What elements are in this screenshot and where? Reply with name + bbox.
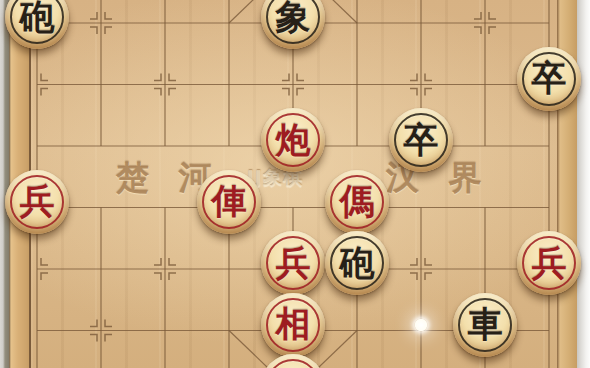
piece-glyph-卒: 卒 [404,123,439,158]
piece-glyph-兵: 兵 [532,246,567,281]
piece-glyph-兵: 兵 [276,246,311,281]
red-chariot-d5[interactable]: 俥 [197,170,261,234]
piece-glyph-車: 車 [468,307,503,342]
black-chariot-h7[interactable]: 車 [453,293,517,357]
xiangqi-board[interactable]: 楚 河 汉 界 JJ象棋 砲象卒炮卒兵俥傌兵砲兵相車仕 [0,0,590,368]
piece-glyph-相: 相 [276,307,311,342]
red-soldier-e6[interactable]: 兵 [261,231,325,295]
black-soldier-g4[interactable]: 卒 [389,108,453,172]
red-elephant-e7[interactable]: 相 [261,293,325,357]
piece-glyph-砲: 砲 [340,246,375,281]
red-cannon-e4[interactable]: 炮 [261,108,325,172]
red-soldier-i6[interactable]: 兵 [517,231,581,295]
black-soldier-i3[interactable]: 卒 [517,47,581,111]
piece-glyph-象: 象 [276,0,311,35]
piece-glyph-俥: 俥 [212,184,247,219]
black-cannon-f6[interactable]: 砲 [325,231,389,295]
last-move-dot-indicator [415,318,428,331]
piece-glyph-炮: 炮 [276,123,311,158]
red-soldier-a5[interactable]: 兵 [5,170,69,234]
piece-glyph-傌: 傌 [340,184,375,219]
piece-glyph-卒: 卒 [532,61,567,96]
piece-glyph-砲: 砲 [20,0,55,35]
piece-glyph-兵: 兵 [20,184,55,219]
red-horse-f5[interactable]: 傌 [325,170,389,234]
